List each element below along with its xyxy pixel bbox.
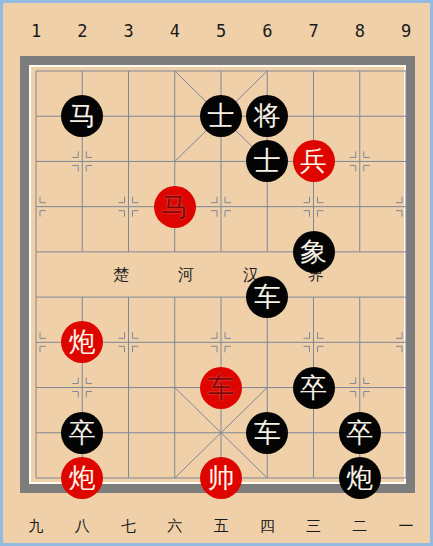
file-label-bottom-6: 四 <box>252 516 282 536</box>
piece-red-horse-f4r4[interactable]: 马 <box>154 186 196 228</box>
xiangqi-app-window: 123456789 楚河汉界 马士将士兵马象车炮车卒卒车卒炮帅炮 九八七六五四三… <box>0 0 433 546</box>
piece-black-soldier-f2r9[interactable]: 卒 <box>61 412 103 454</box>
file-label-bottom-4: 六 <box>160 516 190 536</box>
file-label-bottom-7: 三 <box>299 516 329 536</box>
river-char-0: 楚 <box>110 264 132 286</box>
piece-black-cannon-f8r10[interactable]: 炮 <box>339 457 381 499</box>
file-label-bottom-3: 七 <box>114 516 144 536</box>
file-label-bottom-8: 二 <box>345 516 375 536</box>
river-char-1: 河 <box>175 264 197 286</box>
file-label-bottom-1: 九 <box>21 516 51 536</box>
piece-black-chariot-f6r9[interactable]: 车 <box>246 412 288 454</box>
piece-red-general-f5r10[interactable]: 帅 <box>200 457 242 499</box>
piece-black-soldier-f7r8[interactable]: 卒 <box>293 367 335 409</box>
piece-red-cannon-f2r10[interactable]: 炮 <box>61 457 103 499</box>
file-label-bottom-5: 五 <box>206 516 236 536</box>
file-label-bottom-9: 一 <box>391 516 421 536</box>
piece-red-soldier-f7r3[interactable]: 兵 <box>293 140 335 182</box>
file-label-bottom-2: 八 <box>67 516 97 536</box>
piece-black-advisor-f5r2[interactable]: 士 <box>200 95 242 137</box>
piece-red-chariot-f5r8[interactable]: 车 <box>200 367 242 409</box>
piece-black-soldier-f8r9[interactable]: 卒 <box>339 412 381 454</box>
piece-black-elephant-f7r5[interactable]: 象 <box>293 231 335 273</box>
